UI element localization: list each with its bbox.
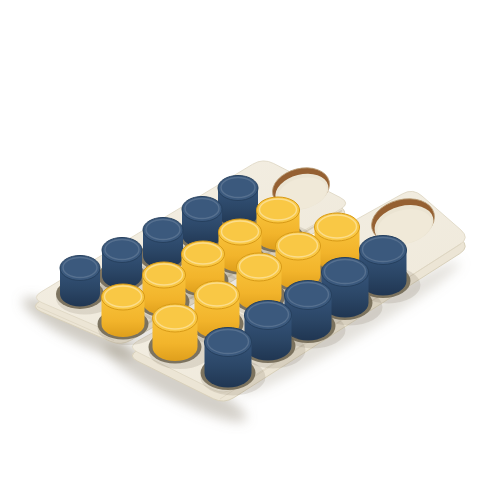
peg-board-photo xyxy=(0,0,500,500)
pegs-layer xyxy=(56,176,421,396)
product-photo-canvas xyxy=(0,0,500,500)
